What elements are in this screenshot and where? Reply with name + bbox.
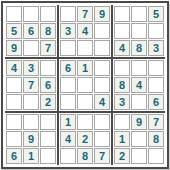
cell-r2c3[interactable]: 8 <box>40 23 56 39</box>
cell-r1c8[interactable] <box>131 6 147 22</box>
cell-r7c2[interactable] <box>23 114 39 130</box>
sudoku-box-2: 7934 <box>59 5 111 57</box>
cell-r4c3[interactable] <box>40 60 56 76</box>
cell-r7c4[interactable]: 1 <box>60 114 76 130</box>
cell-r8c3[interactable] <box>40 131 56 147</box>
cell-r9c6[interactable]: 7 <box>94 148 110 164</box>
cell-r9c9[interactable] <box>148 148 164 164</box>
cell-r5c2[interactable]: 7 <box>23 77 39 93</box>
cell-r7c9[interactable]: 7 <box>148 114 164 130</box>
page-background: 56897793454834376261484369611428797182 <box>0 0 170 170</box>
cell-r2c1[interactable]: 5 <box>6 23 22 39</box>
cell-r4c1[interactable]: 4 <box>6 60 22 76</box>
cell-r3c1[interactable]: 9 <box>6 40 22 56</box>
cell-r6c9[interactable]: 6 <box>148 94 164 110</box>
cell-r6c2[interactable] <box>23 94 39 110</box>
cell-r1c3[interactable] <box>40 6 56 22</box>
cell-r7c8[interactable]: 9 <box>131 114 147 130</box>
cell-r5c3[interactable]: 6 <box>40 77 56 93</box>
sudoku-box-5: 614 <box>59 59 111 111</box>
cell-r5c9[interactable] <box>148 77 164 93</box>
cell-r2c5[interactable]: 4 <box>77 23 93 39</box>
sudoku-box-8: 14287 <box>59 113 111 165</box>
cell-r2c7[interactable] <box>114 23 130 39</box>
cell-r8c5[interactable]: 2 <box>77 131 93 147</box>
cell-r8c7[interactable]: 1 <box>114 131 130 147</box>
cell-r4c4[interactable]: 6 <box>60 60 76 76</box>
cell-r6c5[interactable] <box>77 94 93 110</box>
cell-r3c7[interactable]: 4 <box>114 40 130 56</box>
cell-r4c6[interactable] <box>94 60 110 76</box>
cell-r8c8[interactable] <box>131 131 147 147</box>
cell-r6c7[interactable]: 3 <box>114 94 130 110</box>
cell-r4c5[interactable]: 1 <box>77 60 93 76</box>
cell-r9c2[interactable]: 1 <box>23 148 39 164</box>
cell-r9c3[interactable] <box>40 148 56 164</box>
cell-r4c9[interactable] <box>148 60 164 76</box>
cell-r5c4[interactable] <box>60 77 76 93</box>
cell-r7c7[interactable] <box>114 114 130 130</box>
cell-r9c5[interactable]: 8 <box>77 148 93 164</box>
cell-r3c3[interactable]: 7 <box>40 40 56 56</box>
sudoku-box-4: 43762 <box>5 59 57 111</box>
cell-r3c8[interactable]: 8 <box>131 40 147 56</box>
cell-r6c6[interactable]: 4 <box>94 94 110 110</box>
cell-r7c1[interactable] <box>6 114 22 130</box>
sudoku-box-grid: 56897793454834376261484369611428797182 <box>5 5 165 165</box>
cell-r2c9[interactable] <box>148 23 164 39</box>
cell-r4c2[interactable]: 3 <box>23 60 39 76</box>
sudoku-box-6: 8436 <box>113 59 165 111</box>
cell-r9c4[interactable] <box>60 148 76 164</box>
cell-r5c7[interactable]: 8 <box>114 77 130 93</box>
sudoku-board: 56897793454834376261484369611428797182 <box>1 1 169 169</box>
cell-r5c5[interactable] <box>77 77 93 93</box>
cell-r2c6[interactable] <box>94 23 110 39</box>
cell-r9c7[interactable]: 2 <box>114 148 130 164</box>
cell-r2c4[interactable]: 3 <box>60 23 76 39</box>
cell-r3c4[interactable] <box>60 40 76 56</box>
cell-r1c9[interactable]: 5 <box>148 6 164 22</box>
cell-r7c3[interactable] <box>40 114 56 130</box>
cell-r7c6[interactable] <box>94 114 110 130</box>
cell-r2c8[interactable] <box>131 23 147 39</box>
cell-r3c9[interactable]: 3 <box>148 40 164 56</box>
cell-r1c1[interactable] <box>6 6 22 22</box>
cell-r1c7[interactable] <box>114 6 130 22</box>
sudoku-box-3: 5483 <box>113 5 165 57</box>
cell-r6c8[interactable] <box>131 94 147 110</box>
cell-r8c6[interactable] <box>94 131 110 147</box>
sudoku-box-1: 56897 <box>5 5 57 57</box>
cell-r9c1[interactable]: 6 <box>6 148 22 164</box>
cell-r1c2[interactable] <box>23 6 39 22</box>
cell-r8c1[interactable] <box>6 131 22 147</box>
cell-r8c4[interactable]: 4 <box>60 131 76 147</box>
cell-r8c9[interactable]: 8 <box>148 131 164 147</box>
cell-r7c5[interactable] <box>77 114 93 130</box>
cell-r5c1[interactable] <box>6 77 22 93</box>
cell-r1c5[interactable]: 7 <box>77 6 93 22</box>
cell-r4c7[interactable] <box>114 60 130 76</box>
sudoku-box-7: 961 <box>5 113 57 165</box>
cell-r8c2[interactable]: 9 <box>23 131 39 147</box>
cell-r6c1[interactable] <box>6 94 22 110</box>
cell-r5c8[interactable]: 4 <box>131 77 147 93</box>
cell-r3c2[interactable] <box>23 40 39 56</box>
cell-r9c8[interactable] <box>131 148 147 164</box>
sudoku-box-9: 97182 <box>113 113 165 165</box>
cell-r1c6[interactable]: 9 <box>94 6 110 22</box>
cell-r3c5[interactable] <box>77 40 93 56</box>
cell-r1c4[interactable] <box>60 6 76 22</box>
cell-r6c3[interactable]: 2 <box>40 94 56 110</box>
cell-r3c6[interactable] <box>94 40 110 56</box>
cell-r6c4[interactable] <box>60 94 76 110</box>
cell-r5c6[interactable] <box>94 77 110 93</box>
cell-r4c8[interactable] <box>131 60 147 76</box>
cell-r2c2[interactable]: 6 <box>23 23 39 39</box>
